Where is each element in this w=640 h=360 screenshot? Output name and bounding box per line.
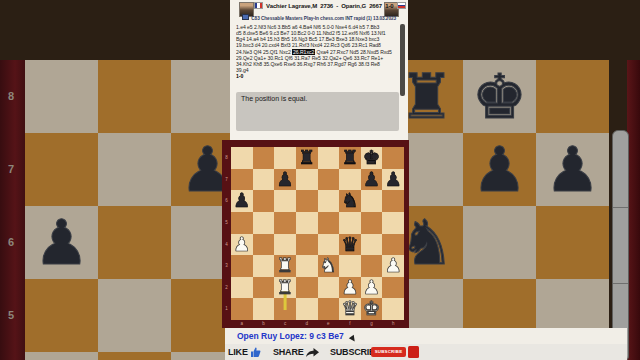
bg-rank-label: 7: [0, 163, 22, 175]
black-player-rating: 2667: [369, 3, 382, 9]
file-label: c: [274, 321, 296, 326]
move-line: 34.Kh2 Kh8 35.Qxe6 Rxe6 36.Rxg7 Rh6 37.R…: [236, 61, 398, 67]
scrollbar-segment: [613, 283, 628, 284]
players-dash: -: [336, 3, 338, 9]
file-label: h: [382, 321, 404, 326]
window-scrollbar[interactable]: [612, 130, 629, 360]
share-label[interactable]: SHARE: [273, 347, 304, 357]
board-square: [25, 133, 98, 206]
france-flag-icon: [254, 2, 263, 9]
rank-label: 3: [222, 263, 231, 268]
chess-piece: ♟: [536, 133, 609, 206]
chess-piece: ♜: [274, 255, 296, 277]
game-result: 1-0: [385, 3, 393, 9]
move-line: 19.bxc3 d4 20.cxd4 Bxf3 21.Rxf3 Nxd4 22.…: [236, 42, 398, 48]
current-move[interactable]: 26.R1xc2: [292, 49, 315, 55]
file-label: f: [339, 321, 361, 326]
file-label: e: [318, 321, 340, 326]
event-header: C83 Chessable Masters Play-In chess.com …: [242, 14, 396, 21]
chess-piece: ♟: [382, 169, 404, 191]
rank-label: 1: [222, 306, 231, 311]
chess-piece: ♟: [463, 133, 536, 206]
board-square: [98, 279, 171, 352]
board-square: [536, 206, 609, 279]
chess-piece: ♞: [339, 190, 361, 212]
youtube-icon[interactable]: [408, 346, 419, 358]
thumbs-up-icon[interactable]: [250, 347, 261, 357]
chess-piece: ♟: [274, 169, 296, 191]
scrollbar-segment: [613, 207, 628, 208]
chess-piece: ♟: [361, 277, 383, 299]
bg-rank-label: 5: [0, 309, 22, 321]
chess-piece: ♟: [339, 277, 361, 299]
file-label: g: [361, 321, 383, 326]
chess-piece: ♟: [231, 234, 253, 256]
chess-board: ♜♜♚♟♟♟♟♞♟♛♜♞♟♜♟♟♛♚: [231, 147, 404, 320]
white-player-name: Vachier Lagrave,M: [266, 3, 317, 9]
rank-label: 7: [222, 177, 231, 182]
annotation-box: The position is equal.: [236, 92, 399, 131]
chess-piece: ♜: [274, 277, 296, 299]
white-player-rating: 2736: [320, 3, 333, 9]
chess-piece: ♟: [25, 206, 98, 279]
rank-label: 4: [222, 242, 231, 247]
board-square: [25, 60, 98, 133]
rank-label: 8: [222, 155, 231, 160]
russia-flag-icon: [397, 2, 406, 9]
board-square: [25, 279, 98, 352]
event-line: C83 Chessable Masters Play-In chess.com …: [251, 16, 396, 21]
chess-piece: ♞: [318, 255, 340, 277]
rank-label: 6: [222, 198, 231, 203]
bg-rank-label: 8: [0, 90, 22, 102]
game-info-panel: Vachier Lagrave,M 2736 - Oparin,G 2667 1…: [230, 0, 408, 140]
chess-piece: ♚: [361, 147, 383, 169]
black-player-name: Oparin,G: [341, 3, 366, 9]
opening-name-bar: Open Ruy Lopez: 9 c3 Be7: [225, 328, 627, 345]
chess-piece: ♟: [25, 352, 98, 360]
board-square: [463, 206, 536, 279]
result-line: 1-0: [236, 73, 398, 79]
bg-rank-label: 6: [0, 236, 22, 248]
board-square: [98, 206, 171, 279]
share-arrow-icon[interactable]: [305, 347, 320, 357]
chess-piece: ♜: [296, 147, 318, 169]
chess-piece: ♟: [361, 169, 383, 191]
chess-piece: ♛: [339, 234, 361, 256]
rank-label: 2: [222, 285, 231, 290]
move-line: 24.Ne3 Qf4 25.Qf1 Nxc2 26.R1xc2 Qxa4 27.…: [236, 49, 398, 55]
board-square: [536, 60, 609, 133]
move-list-scrollbar[interactable]: [400, 24, 405, 96]
database-icon: [242, 14, 249, 21]
chess-piece: ♟: [231, 190, 253, 212]
board-square: [98, 352, 171, 360]
chess-piece: ♛: [339, 298, 361, 320]
file-label: d: [296, 321, 318, 326]
chess-piece: ♜: [339, 147, 361, 169]
chess-piece: ♚: [463, 60, 536, 133]
subscribe-button[interactable]: SUBSCRIBE: [371, 347, 406, 357]
file-label: a: [231, 321, 253, 326]
like-label[interactable]: LIKE: [228, 347, 248, 357]
file-label: b: [253, 321, 275, 326]
move-list[interactable]: 1.e4 e5 2.Nf3 Nc6 3.Bb5 a6 4.Ba4 Nf6 5.0…: [236, 24, 398, 79]
chess-board-frame: ♜♜♚♟♟♟♟♞♟♛♜♞♟♜♟♟♛♚ 87654321abcdefgh: [222, 140, 409, 328]
social-bar: LIKE SHARE SUBSCRIBE SUBSCRIBE: [225, 344, 627, 360]
rank-label: 5: [222, 220, 231, 225]
board-square: [98, 133, 171, 206]
opening-name: Open Ruy Lopez: 9 c3 Be7: [237, 331, 344, 341]
annotation-text: The position is equal.: [236, 92, 399, 105]
players-header: Vachier Lagrave,M 2736 - Oparin,G 2667 1…: [254, 2, 384, 9]
chess-piece: ♟: [382, 255, 404, 277]
chess-piece: ♚: [361, 298, 383, 320]
board-square: [98, 60, 171, 133]
